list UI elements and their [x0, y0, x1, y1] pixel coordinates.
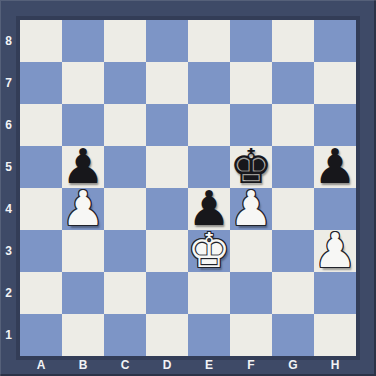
rank-label-2: 2 [0, 272, 17, 314]
square-a4[interactable] [20, 188, 62, 230]
file-label-g: G [272, 357, 314, 374]
file-label-b: B [62, 357, 104, 374]
square-d5[interactable] [146, 146, 188, 188]
square-d2[interactable] [146, 272, 188, 314]
square-f7[interactable] [230, 62, 272, 104]
square-d7[interactable] [146, 62, 188, 104]
square-c2[interactable] [104, 272, 146, 314]
square-f2[interactable] [230, 272, 272, 314]
square-g6[interactable] [272, 104, 314, 146]
square-g4[interactable] [272, 188, 314, 230]
rank-label-5: 5 [0, 146, 17, 188]
file-label-d: D [146, 357, 188, 374]
square-g5[interactable] [272, 146, 314, 188]
square-b1[interactable] [62, 314, 104, 356]
square-d6[interactable] [146, 104, 188, 146]
file-label-f: F [230, 357, 272, 374]
white-pawn[interactable]: ♟ [229, 184, 272, 232]
rank-label-1: 1 [0, 314, 17, 356]
square-e2[interactable] [188, 272, 230, 314]
square-c8[interactable] [104, 20, 146, 62]
black-pawn[interactable]: ♟ [313, 142, 356, 190]
square-h3[interactable]: ♟ [314, 230, 356, 272]
square-a8[interactable] [20, 20, 62, 62]
chess-board: ♟♚♟♟♟♟♚♟ [16, 16, 360, 360]
rank-label-4: 4 [0, 188, 17, 230]
square-c5[interactable] [104, 146, 146, 188]
file-label-c: C [104, 357, 146, 374]
square-d3[interactable] [146, 230, 188, 272]
rank-labels: 87654321 [0, 20, 17, 356]
square-b2[interactable] [62, 272, 104, 314]
square-b8[interactable] [62, 20, 104, 62]
white-pawn[interactable]: ♟ [313, 226, 356, 274]
square-g3[interactable] [272, 230, 314, 272]
square-b7[interactable] [62, 62, 104, 104]
white-pawn[interactable]: ♟ [61, 184, 104, 232]
file-label-h: H [314, 357, 356, 374]
square-d4[interactable] [146, 188, 188, 230]
square-e3[interactable]: ♚ [188, 230, 230, 272]
file-label-a: A [20, 357, 62, 374]
square-f3[interactable] [230, 230, 272, 272]
square-e7[interactable] [188, 62, 230, 104]
square-d8[interactable] [146, 20, 188, 62]
square-e6[interactable] [188, 104, 230, 146]
square-h1[interactable] [314, 314, 356, 356]
rank-label-3: 3 [0, 230, 17, 272]
chess-diagram-frame: ♟♚♟♟♟♟♚♟ 87654321 ABCDEFGH [0, 0, 376, 376]
square-a1[interactable] [20, 314, 62, 356]
square-e1[interactable] [188, 314, 230, 356]
square-c7[interactable] [104, 62, 146, 104]
square-a7[interactable] [20, 62, 62, 104]
square-h2[interactable] [314, 272, 356, 314]
square-e8[interactable] [188, 20, 230, 62]
square-f4[interactable]: ♟ [230, 188, 272, 230]
rank-label-7: 7 [0, 62, 17, 104]
square-g2[interactable] [272, 272, 314, 314]
square-h8[interactable] [314, 20, 356, 62]
square-d1[interactable] [146, 314, 188, 356]
square-a6[interactable] [20, 104, 62, 146]
square-c3[interactable] [104, 230, 146, 272]
square-f8[interactable] [230, 20, 272, 62]
square-f1[interactable] [230, 314, 272, 356]
square-c1[interactable] [104, 314, 146, 356]
square-a3[interactable] [20, 230, 62, 272]
white-king[interactable]: ♚ [187, 226, 230, 274]
square-g7[interactable] [272, 62, 314, 104]
square-g1[interactable] [272, 314, 314, 356]
square-g8[interactable] [272, 20, 314, 62]
square-b4[interactable]: ♟ [62, 188, 104, 230]
rank-label-8: 8 [0, 20, 17, 62]
square-c6[interactable] [104, 104, 146, 146]
file-labels: ABCDEFGH [20, 357, 356, 374]
square-c4[interactable] [104, 188, 146, 230]
rank-label-6: 6 [0, 104, 17, 146]
square-a2[interactable] [20, 272, 62, 314]
square-h5[interactable]: ♟ [314, 146, 356, 188]
square-h7[interactable] [314, 62, 356, 104]
square-a5[interactable] [20, 146, 62, 188]
square-b3[interactable] [62, 230, 104, 272]
file-label-e: E [188, 357, 230, 374]
